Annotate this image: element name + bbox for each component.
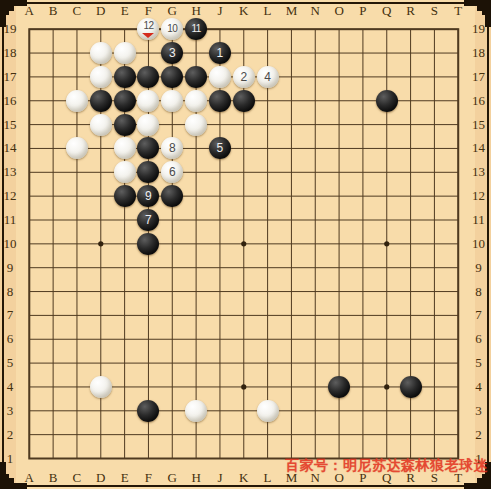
- intersection[interactable]: [446, 327, 470, 351]
- intersection[interactable]: [375, 65, 399, 89]
- intersection[interactable]: [160, 375, 184, 399]
- intersection[interactable]: [113, 423, 137, 447]
- intersection[interactable]: [184, 41, 208, 65]
- intersection[interactable]: [41, 113, 65, 137]
- intersection[interactable]: [375, 232, 399, 256]
- intersection[interactable]: [65, 137, 89, 161]
- board-grid[interactable]: 121011312485697: [17, 17, 470, 470]
- intersection[interactable]: [113, 208, 137, 232]
- intersection[interactable]: [422, 17, 446, 41]
- intersection[interactable]: [303, 65, 327, 89]
- intersection[interactable]: [89, 41, 113, 65]
- intersection[interactable]: [160, 89, 184, 113]
- intersection[interactable]: [303, 41, 327, 65]
- intersection[interactable]: [41, 232, 65, 256]
- intersection[interactable]: [327, 137, 351, 161]
- intersection[interactable]: [446, 41, 470, 65]
- intersection[interactable]: [41, 208, 65, 232]
- intersection[interactable]: [41, 375, 65, 399]
- intersection[interactable]: [160, 351, 184, 375]
- intersection[interactable]: [41, 17, 65, 41]
- intersection[interactable]: [422, 303, 446, 327]
- intersection[interactable]: [160, 232, 184, 256]
- intersection[interactable]: [65, 399, 89, 423]
- intersection[interactable]: [256, 375, 280, 399]
- intersection[interactable]: [422, 327, 446, 351]
- intersection[interactable]: [327, 327, 351, 351]
- intersection[interactable]: [280, 327, 304, 351]
- intersection[interactable]: [280, 423, 304, 447]
- intersection[interactable]: [399, 208, 423, 232]
- intersection[interactable]: [399, 446, 423, 470]
- intersection[interactable]: [113, 184, 137, 208]
- intersection[interactable]: [351, 232, 375, 256]
- intersection[interactable]: [446, 375, 470, 399]
- intersection[interactable]: [327, 423, 351, 447]
- intersection[interactable]: [351, 65, 375, 89]
- intersection[interactable]: [422, 208, 446, 232]
- intersection[interactable]: [303, 280, 327, 304]
- intersection[interactable]: [184, 113, 208, 137]
- intersection[interactable]: [41, 280, 65, 304]
- intersection[interactable]: [303, 399, 327, 423]
- intersection[interactable]: [327, 41, 351, 65]
- intersection[interactable]: [327, 89, 351, 113]
- intersection[interactable]: [327, 280, 351, 304]
- intersection[interactable]: [65, 303, 89, 327]
- intersection[interactable]: [113, 303, 137, 327]
- intersection[interactable]: [280, 65, 304, 89]
- intersection[interactable]: [41, 423, 65, 447]
- intersection[interactable]: [184, 280, 208, 304]
- intersection[interactable]: [65, 446, 89, 470]
- intersection[interactable]: [160, 303, 184, 327]
- intersection[interactable]: [89, 208, 113, 232]
- intersection[interactable]: [375, 446, 399, 470]
- intersection[interactable]: [160, 399, 184, 423]
- intersection[interactable]: [327, 232, 351, 256]
- intersection[interactable]: [375, 113, 399, 137]
- intersection[interactable]: [41, 184, 65, 208]
- intersection[interactable]: [256, 256, 280, 280]
- intersection[interactable]: [256, 327, 280, 351]
- intersection[interactable]: [17, 65, 41, 89]
- intersection[interactable]: [422, 446, 446, 470]
- intersection[interactable]: [280, 89, 304, 113]
- intersection[interactable]: [184, 446, 208, 470]
- intersection[interactable]: [422, 184, 446, 208]
- intersection[interactable]: [232, 399, 256, 423]
- intersection[interactable]: [303, 303, 327, 327]
- intersection[interactable]: [232, 256, 256, 280]
- intersection[interactable]: [422, 256, 446, 280]
- intersection[interactable]: [351, 17, 375, 41]
- intersection[interactable]: [89, 399, 113, 423]
- intersection[interactable]: [256, 423, 280, 447]
- intersection[interactable]: [446, 137, 470, 161]
- intersection[interactable]: [446, 184, 470, 208]
- intersection[interactable]: [351, 41, 375, 65]
- intersection[interactable]: [89, 232, 113, 256]
- intersection[interactable]: [351, 184, 375, 208]
- intersection[interactable]: [446, 113, 470, 137]
- intersection[interactable]: [89, 303, 113, 327]
- intersection[interactable]: [184, 89, 208, 113]
- intersection[interactable]: [65, 327, 89, 351]
- intersection[interactable]: [375, 41, 399, 65]
- intersection[interactable]: [41, 256, 65, 280]
- intersection[interactable]: [280, 113, 304, 137]
- intersection[interactable]: [208, 17, 232, 41]
- intersection[interactable]: [232, 375, 256, 399]
- intersection[interactable]: [280, 137, 304, 161]
- intersection[interactable]: [280, 17, 304, 41]
- intersection[interactable]: [208, 65, 232, 89]
- intersection[interactable]: [160, 446, 184, 470]
- intersection[interactable]: [113, 375, 137, 399]
- intersection[interactable]: [327, 17, 351, 41]
- intersection[interactable]: [232, 41, 256, 65]
- intersection[interactable]: [184, 399, 208, 423]
- intersection[interactable]: [351, 89, 375, 113]
- intersection[interactable]: [446, 399, 470, 423]
- intersection[interactable]: [41, 65, 65, 89]
- intersection[interactable]: [17, 446, 41, 470]
- intersection[interactable]: [399, 351, 423, 375]
- intersection[interactable]: [137, 232, 161, 256]
- intersection[interactable]: [327, 446, 351, 470]
- intersection[interactable]: [422, 280, 446, 304]
- intersection[interactable]: [113, 256, 137, 280]
- intersection[interactable]: [351, 446, 375, 470]
- intersection[interactable]: [375, 89, 399, 113]
- intersection[interactable]: [137, 399, 161, 423]
- intersection[interactable]: [184, 423, 208, 447]
- intersection[interactable]: [65, 184, 89, 208]
- intersection[interactable]: 2: [232, 65, 256, 89]
- intersection[interactable]: 8: [160, 137, 184, 161]
- intersection[interactable]: [280, 41, 304, 65]
- intersection[interactable]: [256, 137, 280, 161]
- intersection[interactable]: [184, 327, 208, 351]
- intersection[interactable]: [208, 160, 232, 184]
- intersection[interactable]: [399, 89, 423, 113]
- intersection[interactable]: [184, 351, 208, 375]
- intersection[interactable]: [41, 351, 65, 375]
- intersection[interactable]: [303, 327, 327, 351]
- intersection[interactable]: [256, 280, 280, 304]
- intersection[interactable]: [208, 256, 232, 280]
- intersection[interactable]: [41, 160, 65, 184]
- intersection[interactable]: [160, 184, 184, 208]
- intersection[interactable]: [280, 184, 304, 208]
- intersection[interactable]: [351, 137, 375, 161]
- intersection[interactable]: [280, 351, 304, 375]
- intersection[interactable]: [399, 184, 423, 208]
- intersection[interactable]: [256, 184, 280, 208]
- intersection[interactable]: 9: [137, 184, 161, 208]
- intersection[interactable]: 6: [160, 160, 184, 184]
- intersection[interactable]: [160, 423, 184, 447]
- intersection[interactable]: [375, 399, 399, 423]
- intersection[interactable]: [446, 303, 470, 327]
- intersection[interactable]: [232, 446, 256, 470]
- intersection[interactable]: [422, 113, 446, 137]
- intersection[interactable]: [351, 375, 375, 399]
- intersection[interactable]: [399, 137, 423, 161]
- intersection[interactable]: [160, 256, 184, 280]
- intersection[interactable]: [399, 113, 423, 137]
- intersection[interactable]: [113, 160, 137, 184]
- intersection[interactable]: [113, 351, 137, 375]
- intersection[interactable]: [303, 375, 327, 399]
- intersection[interactable]: [137, 423, 161, 447]
- intersection[interactable]: [208, 280, 232, 304]
- intersection[interactable]: [422, 399, 446, 423]
- intersection[interactable]: [41, 89, 65, 113]
- intersection[interactable]: [399, 160, 423, 184]
- intersection[interactable]: [137, 303, 161, 327]
- intersection[interactable]: [17, 256, 41, 280]
- intersection[interactable]: [256, 89, 280, 113]
- intersection[interactable]: [327, 184, 351, 208]
- intersection[interactable]: [208, 446, 232, 470]
- intersection[interactable]: [256, 113, 280, 137]
- intersection[interactable]: [17, 160, 41, 184]
- intersection[interactable]: [65, 89, 89, 113]
- intersection[interactable]: [113, 89, 137, 113]
- intersection[interactable]: [280, 303, 304, 327]
- intersection[interactable]: [208, 351, 232, 375]
- intersection[interactable]: [137, 160, 161, 184]
- intersection[interactable]: [280, 399, 304, 423]
- intersection[interactable]: [446, 232, 470, 256]
- intersection[interactable]: [208, 184, 232, 208]
- intersection[interactable]: [399, 303, 423, 327]
- intersection[interactable]: [41, 303, 65, 327]
- intersection[interactable]: [208, 375, 232, 399]
- intersection[interactable]: [375, 375, 399, 399]
- intersection[interactable]: [137, 327, 161, 351]
- intersection[interactable]: [17, 17, 41, 41]
- intersection[interactable]: [256, 446, 280, 470]
- intersection[interactable]: [303, 446, 327, 470]
- intersection[interactable]: [208, 327, 232, 351]
- intersection[interactable]: [351, 399, 375, 423]
- intersection[interactable]: [256, 208, 280, 232]
- intersection[interactable]: [446, 423, 470, 447]
- intersection[interactable]: [65, 17, 89, 41]
- intersection[interactable]: [160, 327, 184, 351]
- intersection[interactable]: [160, 208, 184, 232]
- intersection[interactable]: [17, 423, 41, 447]
- intersection[interactable]: [446, 208, 470, 232]
- intersection[interactable]: [184, 256, 208, 280]
- intersection[interactable]: [351, 327, 375, 351]
- intersection[interactable]: [375, 280, 399, 304]
- intersection[interactable]: [113, 113, 137, 137]
- intersection[interactable]: [65, 113, 89, 137]
- intersection[interactable]: [351, 423, 375, 447]
- intersection[interactable]: [327, 303, 351, 327]
- intersection[interactable]: [280, 446, 304, 470]
- intersection[interactable]: [446, 446, 470, 470]
- intersection[interactable]: [399, 232, 423, 256]
- intersection[interactable]: [184, 208, 208, 232]
- intersection[interactable]: [208, 232, 232, 256]
- intersection[interactable]: 10: [160, 17, 184, 41]
- intersection[interactable]: [256, 160, 280, 184]
- intersection[interactable]: [89, 351, 113, 375]
- intersection[interactable]: [303, 89, 327, 113]
- intersection[interactable]: [184, 137, 208, 161]
- intersection[interactable]: 1: [208, 41, 232, 65]
- intersection[interactable]: [351, 256, 375, 280]
- intersection[interactable]: [327, 399, 351, 423]
- intersection[interactable]: [137, 351, 161, 375]
- intersection[interactable]: [422, 137, 446, 161]
- intersection[interactable]: [17, 351, 41, 375]
- intersection[interactable]: [232, 113, 256, 137]
- intersection[interactable]: [184, 375, 208, 399]
- intersection[interactable]: [375, 423, 399, 447]
- intersection[interactable]: [89, 327, 113, 351]
- intersection[interactable]: [65, 280, 89, 304]
- intersection[interactable]: [446, 65, 470, 89]
- intersection[interactable]: [232, 208, 256, 232]
- intersection[interactable]: 11: [184, 17, 208, 41]
- intersection[interactable]: [184, 160, 208, 184]
- intersection[interactable]: [89, 280, 113, 304]
- intersection[interactable]: [232, 351, 256, 375]
- intersection[interactable]: [303, 208, 327, 232]
- intersection[interactable]: [65, 256, 89, 280]
- intersection[interactable]: [208, 423, 232, 447]
- intersection[interactable]: [399, 256, 423, 280]
- intersection[interactable]: [184, 184, 208, 208]
- intersection[interactable]: [41, 137, 65, 161]
- intersection[interactable]: [280, 256, 304, 280]
- intersection[interactable]: [137, 256, 161, 280]
- intersection[interactable]: [422, 232, 446, 256]
- intersection[interactable]: [89, 184, 113, 208]
- intersection[interactable]: [422, 65, 446, 89]
- intersection[interactable]: [137, 65, 161, 89]
- intersection[interactable]: [113, 137, 137, 161]
- intersection[interactable]: [422, 89, 446, 113]
- intersection[interactable]: [208, 208, 232, 232]
- intersection[interactable]: [17, 113, 41, 137]
- intersection[interactable]: [351, 113, 375, 137]
- intersection[interactable]: [232, 280, 256, 304]
- intersection[interactable]: [303, 423, 327, 447]
- intersection[interactable]: [399, 327, 423, 351]
- intersection[interactable]: [232, 303, 256, 327]
- intersection[interactable]: [232, 232, 256, 256]
- intersection[interactable]: [351, 303, 375, 327]
- intersection[interactable]: [113, 399, 137, 423]
- intersection[interactable]: [446, 280, 470, 304]
- intersection[interactable]: [232, 160, 256, 184]
- intersection[interactable]: [303, 232, 327, 256]
- intersection[interactable]: [137, 89, 161, 113]
- intersection[interactable]: [327, 160, 351, 184]
- intersection[interactable]: [399, 375, 423, 399]
- intersection[interactable]: [232, 184, 256, 208]
- intersection[interactable]: [422, 351, 446, 375]
- intersection[interactable]: [446, 160, 470, 184]
- intersection[interactable]: [41, 41, 65, 65]
- intersection[interactable]: [280, 160, 304, 184]
- intersection[interactable]: [375, 17, 399, 41]
- intersection[interactable]: [446, 17, 470, 41]
- intersection[interactable]: [399, 280, 423, 304]
- intersection[interactable]: [446, 89, 470, 113]
- intersection[interactable]: [160, 280, 184, 304]
- intersection[interactable]: [113, 17, 137, 41]
- intersection[interactable]: [113, 41, 137, 65]
- intersection[interactable]: [160, 113, 184, 137]
- intersection[interactable]: [327, 351, 351, 375]
- intersection[interactable]: [89, 89, 113, 113]
- intersection[interactable]: 5: [208, 137, 232, 161]
- intersection[interactable]: [232, 327, 256, 351]
- intersection[interactable]: [303, 160, 327, 184]
- intersection[interactable]: [232, 17, 256, 41]
- intersection[interactable]: [89, 137, 113, 161]
- intersection[interactable]: [17, 208, 41, 232]
- intersection[interactable]: [113, 327, 137, 351]
- intersection[interactable]: [280, 280, 304, 304]
- intersection[interactable]: 3: [160, 41, 184, 65]
- intersection[interactable]: 12: [137, 17, 161, 41]
- intersection[interactable]: [17, 41, 41, 65]
- intersection[interactable]: [137, 280, 161, 304]
- intersection[interactable]: [17, 232, 41, 256]
- intersection[interactable]: [351, 208, 375, 232]
- intersection[interactable]: [303, 256, 327, 280]
- intersection[interactable]: [422, 160, 446, 184]
- intersection[interactable]: [303, 17, 327, 41]
- intersection[interactable]: [208, 303, 232, 327]
- intersection[interactable]: [303, 351, 327, 375]
- intersection[interactable]: [89, 160, 113, 184]
- intersection[interactable]: [375, 208, 399, 232]
- intersection[interactable]: [65, 41, 89, 65]
- intersection[interactable]: [351, 160, 375, 184]
- intersection[interactable]: [89, 65, 113, 89]
- intersection[interactable]: [17, 89, 41, 113]
- intersection[interactable]: [65, 65, 89, 89]
- intersection[interactable]: [399, 17, 423, 41]
- intersection[interactable]: [280, 232, 304, 256]
- intersection[interactable]: [375, 160, 399, 184]
- intersection[interactable]: [41, 327, 65, 351]
- intersection[interactable]: [280, 375, 304, 399]
- intersection[interactable]: [17, 303, 41, 327]
- intersection[interactable]: [160, 65, 184, 89]
- intersection[interactable]: [89, 375, 113, 399]
- intersection[interactable]: [65, 232, 89, 256]
- intersection[interactable]: [113, 65, 137, 89]
- intersection[interactable]: [184, 303, 208, 327]
- intersection[interactable]: [184, 65, 208, 89]
- intersection[interactable]: [256, 41, 280, 65]
- intersection[interactable]: [113, 280, 137, 304]
- intersection[interactable]: [232, 423, 256, 447]
- intersection[interactable]: [280, 208, 304, 232]
- intersection[interactable]: [422, 41, 446, 65]
